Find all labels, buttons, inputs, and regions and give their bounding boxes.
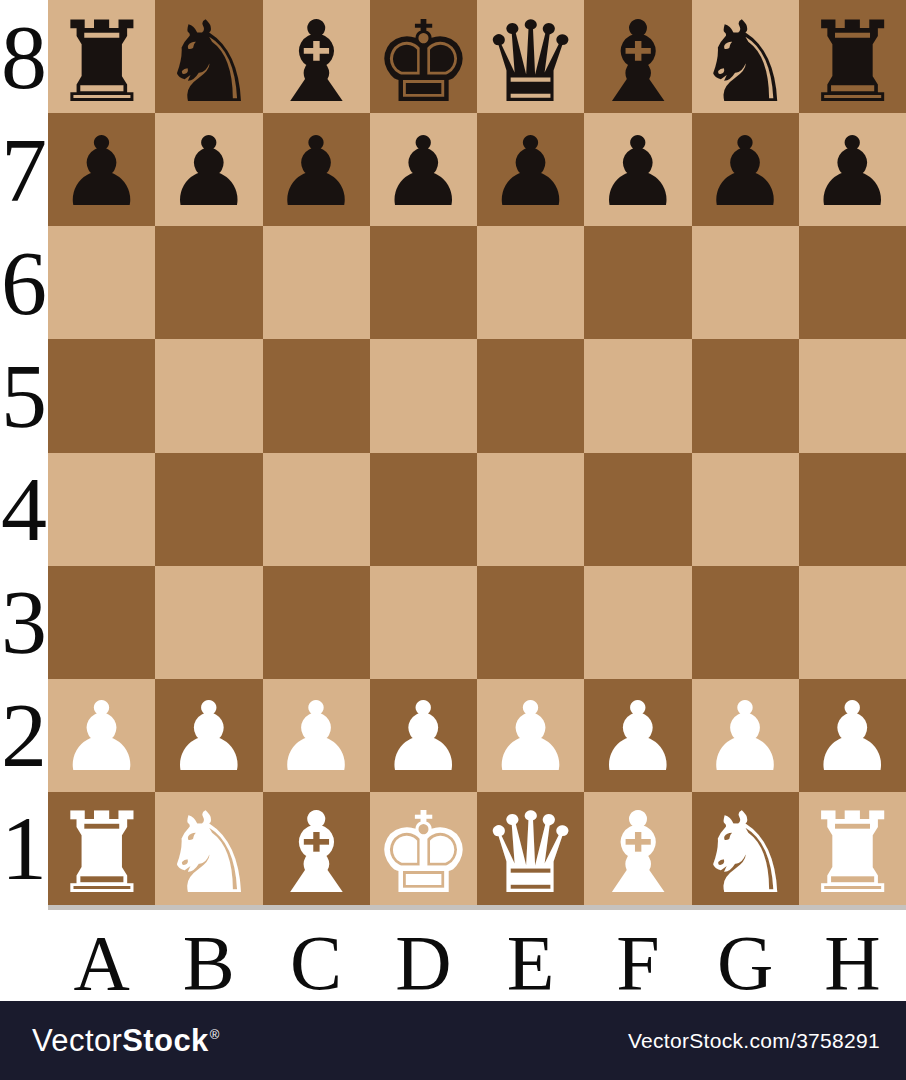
black-pawn: ♟ — [488, 124, 574, 220]
white-pawn: ♟ — [702, 689, 788, 785]
black-pawn: ♟ — [380, 124, 466, 220]
white-queen: ♛ — [480, 797, 580, 905]
white-pawn: ♟ — [595, 689, 681, 785]
watermark-bar: VectorStock® VectorStock.com/3758291 — [0, 1001, 906, 1080]
chess-diagram: 87654321 ♜♞♝♚♛♝♞♜♟♟♟♟♟♟♟♟♟♟♟♟♟♟♟♟♜♞♝♚♛♝♞… — [0, 0, 906, 1080]
square-b8[interactable]: ♞ — [155, 0, 262, 113]
black-pawn: ♟ — [595, 124, 681, 220]
white-king: ♚ — [373, 797, 473, 905]
square-d6[interactable] — [370, 226, 477, 339]
rank-label-5: 5 — [0, 339, 48, 452]
file-label-a: A — [48, 910, 155, 1001]
square-f2[interactable]: ♟ — [584, 679, 691, 792]
file-label-b: B — [155, 910, 262, 1001]
square-a1[interactable]: ♜ — [48, 792, 155, 905]
square-b5[interactable] — [155, 339, 262, 452]
square-g3[interactable] — [692, 566, 799, 679]
square-a3[interactable] — [48, 566, 155, 679]
square-e1[interactable]: ♛ — [477, 792, 584, 905]
white-pawn: ♟ — [809, 689, 895, 785]
square-c1[interactable]: ♝ — [263, 792, 370, 905]
white-pawn: ♟ — [166, 689, 252, 785]
square-e5[interactable] — [477, 339, 584, 452]
square-f5[interactable] — [584, 339, 691, 452]
square-d2[interactable]: ♟ — [370, 679, 477, 792]
rank-label-3: 3 — [0, 566, 48, 679]
square-d8[interactable]: ♚ — [370, 0, 477, 113]
black-queen: ♛ — [480, 6, 580, 114]
square-e4[interactable] — [477, 453, 584, 566]
square-e2[interactable]: ♟ — [477, 679, 584, 792]
rank-label-8: 8 — [0, 0, 48, 113]
square-g5[interactable] — [692, 339, 799, 452]
chess-board: ♜♞♝♚♛♝♞♜♟♟♟♟♟♟♟♟♟♟♟♟♟♟♟♟♜♞♝♚♛♝♞♜ — [48, 0, 906, 905]
square-b3[interactable] — [155, 566, 262, 679]
square-f4[interactable] — [584, 453, 691, 566]
black-knight: ♞ — [159, 6, 259, 114]
square-c2[interactable]: ♟ — [263, 679, 370, 792]
square-a2[interactable]: ♟ — [48, 679, 155, 792]
square-c4[interactable] — [263, 453, 370, 566]
square-h6[interactable] — [799, 226, 906, 339]
black-bishop: ♝ — [266, 6, 366, 114]
square-c7[interactable]: ♟ — [263, 113, 370, 226]
square-g1[interactable]: ♞ — [692, 792, 799, 905]
square-h1[interactable]: ♜ — [799, 792, 906, 905]
square-c6[interactable] — [263, 226, 370, 339]
square-d1[interactable]: ♚ — [370, 792, 477, 905]
square-e7[interactable]: ♟ — [477, 113, 584, 226]
file-label-c: C — [263, 910, 370, 1001]
white-bishop: ♝ — [588, 797, 688, 905]
square-d7[interactable]: ♟ — [370, 113, 477, 226]
white-pawn: ♟ — [380, 689, 466, 785]
square-g8[interactable]: ♞ — [692, 0, 799, 113]
square-b7[interactable]: ♟ — [155, 113, 262, 226]
square-b2[interactable]: ♟ — [155, 679, 262, 792]
black-pawn: ♟ — [809, 124, 895, 220]
white-knight: ♞ — [159, 797, 259, 905]
vectorstock-logo: VectorStock® — [32, 1023, 220, 1059]
black-bishop: ♝ — [588, 6, 688, 114]
white-pawn: ♟ — [273, 689, 359, 785]
square-a4[interactable] — [48, 453, 155, 566]
square-g2[interactable]: ♟ — [692, 679, 799, 792]
black-rook: ♜ — [51, 6, 151, 114]
file-labels: ABCDEFGH — [48, 910, 906, 1001]
white-pawn: ♟ — [59, 689, 145, 785]
black-pawn: ♟ — [273, 124, 359, 220]
rank-label-2: 2 — [0, 679, 48, 792]
logo-prefix: Vector — [32, 1023, 122, 1058]
square-d5[interactable] — [370, 339, 477, 452]
square-a7[interactable]: ♟ — [48, 113, 155, 226]
square-f7[interactable]: ♟ — [584, 113, 691, 226]
registered-mark: ® — [210, 1027, 220, 1042]
square-d3[interactable] — [370, 566, 477, 679]
square-g7[interactable]: ♟ — [692, 113, 799, 226]
black-pawn: ♟ — [59, 124, 145, 220]
square-h3[interactable] — [799, 566, 906, 679]
square-h7[interactable]: ♟ — [799, 113, 906, 226]
square-a8[interactable]: ♜ — [48, 0, 155, 113]
square-c3[interactable] — [263, 566, 370, 679]
black-pawn: ♟ — [702, 124, 788, 220]
white-knight: ♞ — [695, 797, 795, 905]
logo-suffix: Stock — [122, 1023, 208, 1058]
watermark-url: VectorStock.com/3758291 — [628, 1029, 880, 1053]
white-rook: ♜ — [802, 797, 902, 905]
square-h4[interactable] — [799, 453, 906, 566]
square-f6[interactable] — [584, 226, 691, 339]
rank-label-7: 7 — [0, 113, 48, 226]
rank-label-6: 6 — [0, 226, 48, 339]
square-f1[interactable]: ♝ — [584, 792, 691, 905]
square-g6[interactable] — [692, 226, 799, 339]
rank-labels: 87654321 — [0, 0, 48, 905]
square-b6[interactable] — [155, 226, 262, 339]
white-pawn: ♟ — [488, 689, 574, 785]
white-rook: ♜ — [51, 797, 151, 905]
black-rook: ♜ — [802, 6, 902, 114]
square-a5[interactable] — [48, 339, 155, 452]
square-b4[interactable] — [155, 453, 262, 566]
square-d4[interactable] — [370, 453, 477, 566]
square-c8[interactable]: ♝ — [263, 0, 370, 113]
file-label-e: E — [477, 910, 584, 1001]
square-f8[interactable]: ♝ — [584, 0, 691, 113]
square-h2[interactable]: ♟ — [799, 679, 906, 792]
black-pawn: ♟ — [166, 124, 252, 220]
square-h5[interactable] — [799, 339, 906, 452]
square-a6[interactable] — [48, 226, 155, 339]
square-e3[interactable] — [477, 566, 584, 679]
square-g4[interactable] — [692, 453, 799, 566]
square-e8[interactable]: ♛ — [477, 0, 584, 113]
file-label-h: H — [799, 910, 906, 1001]
file-label-f: F — [584, 910, 691, 1001]
file-label-d: D — [370, 910, 477, 1001]
square-c5[interactable] — [263, 339, 370, 452]
black-knight: ♞ — [695, 6, 795, 114]
white-bishop: ♝ — [266, 797, 366, 905]
square-e6[interactable] — [477, 226, 584, 339]
square-b1[interactable]: ♞ — [155, 792, 262, 905]
rank-label-4: 4 — [0, 453, 48, 566]
square-h8[interactable]: ♜ — [799, 0, 906, 113]
black-king: ♚ — [373, 6, 473, 114]
file-label-g: G — [692, 910, 799, 1001]
square-f3[interactable] — [584, 566, 691, 679]
rank-label-1: 1 — [0, 792, 48, 905]
